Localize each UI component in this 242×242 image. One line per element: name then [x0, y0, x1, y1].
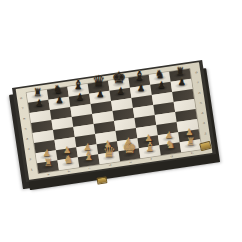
rank-label-left-3: 3	[25, 148, 32, 151]
rank-label-left-2: 2	[27, 158, 34, 161]
piece-black-rook[interactable]: ♜	[167, 67, 193, 77]
rank-label-left-1: 1	[28, 168, 35, 171]
rank-label-left-4: 4	[24, 138, 31, 141]
board-grid: ♜♞♝♛♚♝♞♜♟♟♟♟♟♟♟♟♟♟♟♟♟♟♟♟♜♞♝♛♚♝♞♜	[26, 68, 202, 174]
file-label-near-e: e	[127, 161, 134, 164]
file-label-near-d: d	[107, 164, 114, 167]
rank-label-left-5: 5	[22, 127, 29, 130]
file-label-near-c: c	[86, 167, 93, 170]
rank-label-right-8: 8	[193, 71, 200, 74]
file-label-near-a: a	[45, 173, 52, 176]
file-label-near-b: b	[66, 170, 73, 173]
file-label-near-g: g	[168, 155, 175, 158]
square-h1[interactable]: ♜	[180, 139, 202, 152]
file-label-near-f: f	[148, 158, 155, 161]
rank-label-left-8: 8	[18, 97, 25, 100]
brass-clasp-icon	[97, 176, 108, 184]
rank-label-right-7: 7	[194, 81, 201, 84]
rank-label-right-3: 3	[200, 122, 207, 125]
piece-black-pawn[interactable]: ♟	[169, 78, 195, 87]
chess-set-photo: aabbccddeeffgghh8877665544332211 ♜♞♝♛♚♝♞…	[0, 0, 242, 242]
rank-label-right-2: 2	[202, 132, 209, 135]
rank-label-right-4: 4	[199, 112, 206, 115]
rank-label-left-6: 6	[21, 117, 28, 120]
rank-label-right-6: 6	[196, 91, 203, 94]
rank-label-right-5: 5	[197, 102, 204, 105]
file-label-near-h: h	[189, 152, 196, 155]
rank-label-left-7: 7	[19, 107, 26, 110]
